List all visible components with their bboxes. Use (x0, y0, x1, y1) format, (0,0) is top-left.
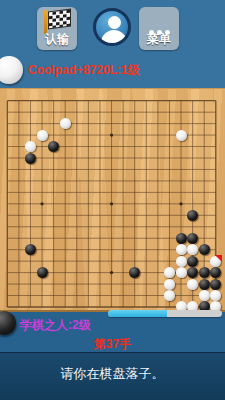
status-message: 请你在棋盘落子。 (0, 365, 225, 383)
stone-black (199, 244, 210, 255)
stone-white (164, 290, 175, 301)
menu-button-label: 菜单 (139, 31, 179, 48)
time-progress-bar (108, 310, 222, 317)
stone-black (187, 233, 198, 244)
stone-black (199, 279, 210, 290)
stone-black (187, 210, 198, 221)
black-player-name: 学棋之人:2级 (20, 317, 91, 334)
stone-black (37, 267, 48, 278)
white-player-name: Coolpad+8720L:1级 (28, 62, 140, 79)
app-screen: 认输 菜单 Coolpad+8720L:1级 学棋之人:2级 第37手 请你在棋… (0, 0, 225, 400)
top-header: 认输 菜单 Coolpad+8720L:1级 (0, 0, 225, 88)
progress-fill (108, 310, 167, 317)
stone-black (176, 233, 187, 244)
resign-button[interactable]: 认输 (37, 7, 77, 50)
last-move-marker (215, 255, 222, 262)
status-panel: 请你在棋盘落子。 (0, 352, 225, 400)
person-avatar-icon (108, 16, 121, 29)
stone-white (37, 130, 48, 141)
stone-white (176, 256, 187, 267)
stone-white (60, 118, 71, 129)
stone-white (176, 244, 187, 255)
stone-white (187, 279, 198, 290)
white-stone-icon (0, 56, 23, 84)
menu-button[interactable]: 菜单 (139, 7, 179, 50)
stone-black (187, 256, 198, 267)
stone-black (25, 153, 36, 164)
stone-white (25, 141, 36, 152)
stone-white (199, 290, 210, 301)
stone-white (164, 267, 175, 278)
resign-button-label: 认输 (37, 31, 77, 48)
stone-white (210, 256, 221, 267)
stone-black (199, 267, 210, 278)
move-counter: 第37手 (0, 336, 225, 353)
stone-white (176, 130, 187, 141)
stone-black (210, 279, 221, 290)
stone-white (176, 267, 187, 278)
player-avatar[interactable] (93, 8, 131, 46)
go-board[interactable] (0, 88, 225, 312)
stone-white (164, 279, 175, 290)
